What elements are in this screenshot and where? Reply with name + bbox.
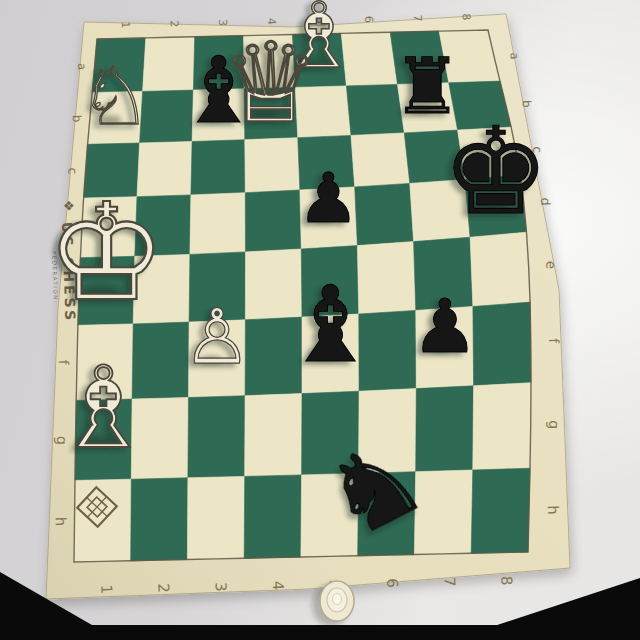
square-g4 xyxy=(245,394,302,477)
square-e8 xyxy=(470,232,530,306)
rank-label-bottom-3: 3 xyxy=(211,582,229,592)
rank-label-top-1: 1 xyxy=(119,21,132,28)
white-queen: ♕ xyxy=(221,19,320,147)
white-knight: ♘ xyxy=(80,50,152,143)
file-label-right-e: e xyxy=(543,261,558,270)
file-label-left-h: h xyxy=(52,516,69,526)
black-bishop: ♝ xyxy=(284,264,378,386)
file-label-right-a: a xyxy=(508,52,521,59)
rank-label-bottom-8: 8 xyxy=(497,575,515,585)
square-h3 xyxy=(187,476,244,559)
rank-label-top-2: 2 xyxy=(167,20,180,27)
square-c3 xyxy=(191,140,245,195)
rank-label-bottom-7: 7 xyxy=(440,577,458,587)
photo-of-chessboard: 1234567812345678abcfghabcdefgh ❖ US CHES… xyxy=(0,0,640,640)
square-d3 xyxy=(190,193,246,255)
file-label-left-c: c xyxy=(65,167,79,174)
black-pawn: ♟ xyxy=(412,283,478,369)
rank-label-bottom-1: 1 xyxy=(97,584,115,594)
black-pawn: ♟ xyxy=(297,158,359,238)
dark-floor-strip xyxy=(0,625,640,640)
square-c6 xyxy=(351,133,410,187)
rank-label-bottom-4: 4 xyxy=(269,580,287,590)
black-king: ♚ xyxy=(442,102,550,241)
white-bishop: ♗ xyxy=(53,342,154,474)
rank-label-top-7: 7 xyxy=(411,14,424,21)
square-h2 xyxy=(131,478,188,561)
square-d4 xyxy=(245,190,301,252)
rank-label-bottom-6: 6 xyxy=(383,578,401,588)
rank-label-top-8: 8 xyxy=(459,13,472,20)
rank-label-bottom-2: 2 xyxy=(154,583,172,593)
square-g8 xyxy=(473,383,531,470)
square-h4 xyxy=(244,475,301,558)
file-label-right-h: h xyxy=(545,505,562,515)
square-g7 xyxy=(416,386,474,472)
white-pawn: ♙ xyxy=(183,292,251,381)
white-king: ♔ xyxy=(46,175,166,331)
square-d6 xyxy=(355,183,414,245)
square-g3 xyxy=(188,396,245,478)
file-label-right-g: g xyxy=(546,420,562,430)
chessboard-scene: 1234567812345678abcfghabcdefgh ❖ US CHES… xyxy=(0,0,640,640)
rank-label-top-6: 6 xyxy=(362,16,375,23)
square-f8 xyxy=(473,302,531,386)
square-h8 xyxy=(471,468,530,553)
